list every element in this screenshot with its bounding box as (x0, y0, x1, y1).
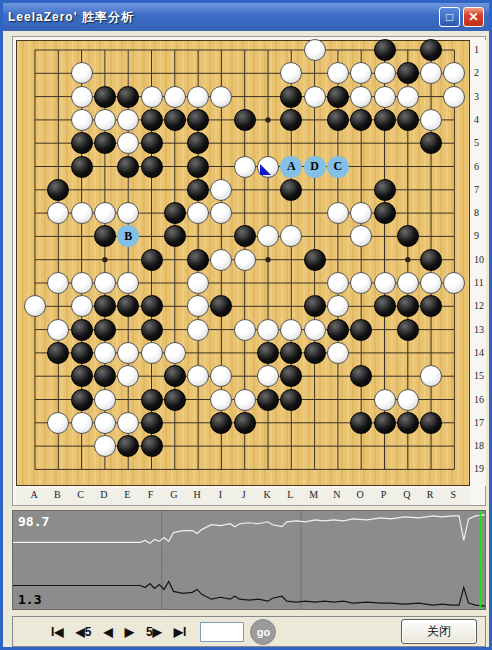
white-stone-C17 (71, 412, 93, 434)
nav-button-forward[interactable]: ▶ (125, 625, 134, 639)
candidate-move-mark-C[interactable]: C (327, 156, 349, 178)
white-stone-J13 (234, 319, 256, 341)
black-stone-R17 (420, 412, 442, 434)
white-stone-Q3 (397, 86, 419, 108)
black-stone-M14 (304, 342, 326, 364)
white-stone-G14 (164, 342, 186, 364)
black-stone-N4 (327, 109, 349, 131)
white-stone-R4 (420, 109, 442, 131)
white-stone-I3 (210, 86, 232, 108)
nav-button-back[interactable]: ◀ (103, 625, 112, 639)
white-stone-B17 (47, 412, 69, 434)
white-stone-N11 (327, 272, 349, 294)
winrate-graph[interactable]: 98.7 1.3 (12, 510, 486, 610)
black-stone-P4 (374, 109, 396, 131)
black-stone-F5 (141, 132, 163, 154)
white-stone-N14 (327, 342, 349, 364)
white-stone-H11 (187, 272, 209, 294)
white-stone-D8 (94, 202, 116, 224)
white-stone-J6 (234, 156, 256, 178)
white-stone-S3 (443, 86, 465, 108)
black-stone-P12 (374, 295, 396, 317)
last-move-triangle-marker (260, 164, 271, 175)
black-stone-R10 (420, 249, 442, 271)
black-stone-Q12 (397, 295, 419, 317)
candidate-move-mark-A[interactable]: A (280, 156, 302, 178)
white-stone-Q11 (397, 272, 419, 294)
white-stone-C12 (71, 295, 93, 317)
white-stone-F14 (141, 342, 163, 364)
title-bar: LeelaZero' 胜率分析 □ ✕ (3, 3, 489, 31)
black-stone-G16 (164, 389, 186, 411)
black-stone-D13 (94, 319, 116, 341)
white-stone-P3 (374, 86, 396, 108)
black-stone-D15 (94, 365, 116, 387)
black-stone-L16 (280, 389, 302, 411)
white-stone-D11 (94, 272, 116, 294)
black-stone-Q17 (397, 412, 419, 434)
control-bar: I◀◀5◀▶5▶▶I go 关闭 (12, 616, 486, 647)
black-stone-Q13 (397, 319, 419, 341)
black-stone-Q4 (397, 109, 419, 131)
black-stone-C14 (71, 342, 93, 364)
maximize-button[interactable]: □ (439, 7, 460, 27)
black-stone-E3 (117, 86, 139, 108)
white-stone-P2 (374, 62, 396, 84)
black-stone-F6 (141, 156, 163, 178)
black-stone-F4 (141, 109, 163, 131)
row-labels: 12345678910111213141516171819 (472, 40, 486, 486)
black-stone-F10 (141, 249, 163, 271)
white-stone-D18 (94, 435, 116, 457)
nav-button-forward5[interactable]: 5▶ (146, 625, 162, 639)
white-stone-H3 (187, 86, 209, 108)
black-stone-L7 (280, 179, 302, 201)
black-stone-F13 (141, 319, 163, 341)
black-stone-J9 (234, 225, 256, 247)
black-stone-O4 (350, 109, 372, 131)
white-stone-O3 (350, 86, 372, 108)
black-winrate-value: 1.3 (18, 592, 41, 607)
black-stone-P7 (374, 179, 396, 201)
white-stone-B13 (47, 319, 69, 341)
nav-button-back5[interactable]: ◀5 (76, 625, 92, 639)
black-stone-F12 (141, 295, 163, 317)
candidate-move-mark-D[interactable]: D (304, 156, 326, 178)
white-stone-E17 (117, 412, 139, 434)
column-labels: ABCDEFGHIJKLMNOPQRS (16, 488, 470, 505)
black-stone-C15 (71, 365, 93, 387)
black-stone-L3 (280, 86, 302, 108)
white-stone-J10 (234, 249, 256, 271)
black-stone-D3 (94, 86, 116, 108)
white-winrate-value: 98.7 (18, 514, 49, 529)
go-button[interactable]: go (250, 619, 276, 645)
white-stone-I16 (210, 389, 232, 411)
white-stone-D4 (94, 109, 116, 131)
black-stone-J17 (234, 412, 256, 434)
white-stone-C3 (71, 86, 93, 108)
white-stone-D17 (94, 412, 116, 434)
window-title: LeelaZero' 胜率分析 (8, 9, 134, 26)
nav-buttons: I◀◀5◀▶5▶▶I (51, 625, 186, 639)
white-stone-C11 (71, 272, 93, 294)
white-stone-M3 (304, 86, 326, 108)
white-stone-R11 (420, 272, 442, 294)
black-stone-N3 (327, 86, 349, 108)
black-stone-H7 (187, 179, 209, 201)
white-stone-J16 (234, 389, 256, 411)
black-stone-M10 (304, 249, 326, 271)
black-stone-N13 (327, 319, 349, 341)
black-stone-K16 (257, 389, 279, 411)
black-stone-Q2 (397, 62, 419, 84)
black-stone-H4 (187, 109, 209, 131)
white-stone-I10 (210, 249, 232, 271)
white-stone-M13 (304, 319, 326, 341)
nav-button-last[interactable]: ▶I (174, 625, 187, 639)
white-stone-E14 (117, 342, 139, 364)
black-stone-F16 (141, 389, 163, 411)
black-stone-P8 (374, 202, 396, 224)
black-stone-F18 (141, 435, 163, 457)
black-stone-G8 (164, 202, 186, 224)
white-stone-F3 (141, 86, 163, 108)
white-stone-D16 (94, 389, 116, 411)
black-stone-C16 (71, 389, 93, 411)
black-stone-K14 (257, 342, 279, 364)
nav-button-first[interactable]: I◀ (51, 625, 64, 639)
black-stone-O17 (350, 412, 372, 434)
black-stone-C13 (71, 319, 93, 341)
white-stone-L13 (280, 319, 302, 341)
white-stone-P16 (374, 389, 396, 411)
black-stone-H6 (187, 156, 209, 178)
black-stone-H10 (187, 249, 209, 271)
white-stone-G3 (164, 86, 186, 108)
white-stone-M1 (304, 39, 326, 61)
black-stone-M12 (304, 295, 326, 317)
close-icon[interactable]: ✕ (463, 7, 484, 27)
white-stone-C4 (71, 109, 93, 131)
black-stone-J4 (234, 109, 256, 131)
white-stone-H13 (187, 319, 209, 341)
go-board[interactable]: ABCD (16, 40, 470, 486)
black-stone-C6 (71, 156, 93, 178)
white-stone-N8 (327, 202, 349, 224)
white-stone-C2 (71, 62, 93, 84)
black-stone-O13 (350, 319, 372, 341)
white-stone-Q16 (397, 389, 419, 411)
app-window: LeelaZero' 胜率分析 □ ✕ ABCD ABCDEFGHIJKLMNO… (0, 0, 492, 650)
black-stone-G4 (164, 109, 186, 131)
black-stone-F17 (141, 412, 163, 434)
white-stone-P11 (374, 272, 396, 294)
black-stone-R1 (420, 39, 442, 61)
move-number-input[interactable] (200, 622, 244, 642)
white-stone-E4 (117, 109, 139, 131)
white-stone-K13 (257, 319, 279, 341)
black-stone-E6 (117, 156, 139, 178)
black-stone-G15 (164, 365, 186, 387)
white-stone-D14 (94, 342, 116, 364)
black-stone-B7 (47, 179, 69, 201)
black-stone-C5 (71, 132, 93, 154)
white-stone-C8 (71, 202, 93, 224)
board-panel: ABCD ABCDEFGHIJKLMNOPQRS 123456789101112… (12, 36, 486, 506)
black-stone-D5 (94, 132, 116, 154)
close-button[interactable]: 关闭 (401, 619, 477, 644)
black-stone-P1 (374, 39, 396, 61)
black-stone-P17 (374, 412, 396, 434)
